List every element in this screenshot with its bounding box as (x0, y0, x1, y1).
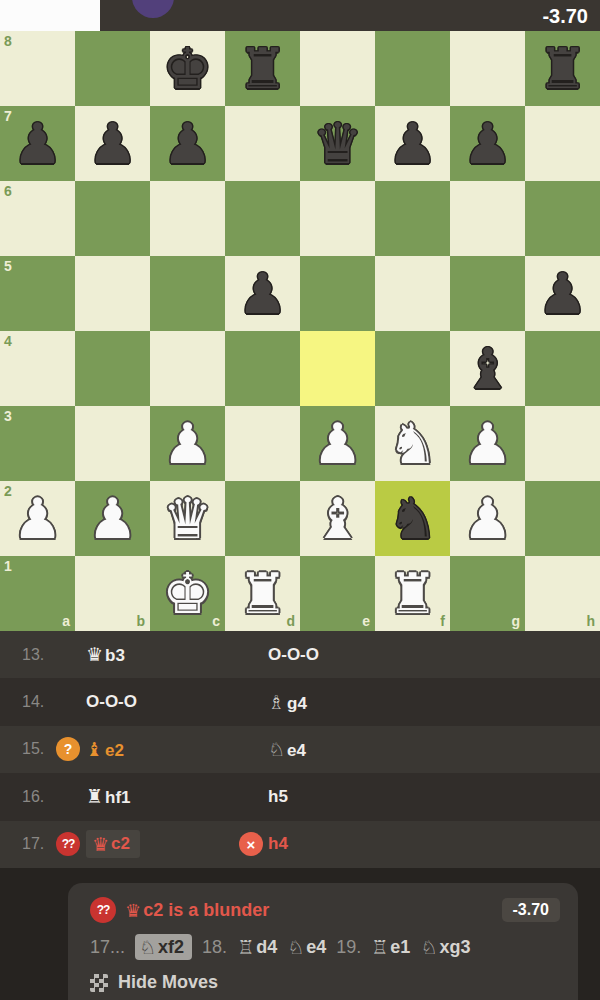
chess-board: 8♚♜♜7♟♟♟♛♟♟65♟♟4♝3♟♟♞♟2♟♟♛♝♞♟1abc♚d♜ef♜g… (0, 31, 600, 631)
black-pawn: ♟ (525, 256, 600, 331)
square-g8[interactable] (450, 31, 525, 106)
square-c3[interactable]: ♟ (150, 406, 225, 481)
black-move[interactable]: ♗g4 (268, 691, 307, 714)
square-h3[interactable] (525, 406, 600, 481)
black-rook: ♜ (225, 31, 300, 106)
square-g7[interactable]: ♟ (450, 106, 525, 181)
square-b4[interactable] (75, 331, 150, 406)
square-a8[interactable]: 8 (0, 31, 75, 106)
white-move-cell[interactable]: O-O-O (56, 692, 238, 712)
black-move-cell[interactable]: ♘e4 (238, 738, 538, 761)
square-c1[interactable]: c♚ (150, 556, 225, 631)
white-bishop: ♝ (300, 481, 375, 556)
square-c7[interactable]: ♟ (150, 106, 225, 181)
square-f3[interactable]: ♞ (375, 406, 450, 481)
move-number: 14. (22, 693, 56, 711)
blunder-badge-icon: ?? (56, 832, 80, 856)
evaluation-badge: -3.70 (502, 898, 560, 922)
square-a5[interactable]: 5 (0, 256, 75, 331)
rank-label-5: 5 (4, 258, 12, 274)
black-move[interactable]: O-O-O (268, 645, 319, 665)
black-move-text: e4 (287, 741, 306, 760)
black-king: ♚ (150, 31, 225, 106)
square-g2[interactable]: ♟ (450, 481, 525, 556)
line-token-text: 18. (202, 937, 227, 958)
blunder-title-text: c2 is a blunder (143, 900, 269, 921)
black-move-cell[interactable]: ♗g4 (238, 691, 538, 714)
avatar-fragment (132, 0, 174, 18)
rank-label-4: 4 (4, 333, 12, 349)
white-move-text: e2 (105, 741, 124, 760)
square-f7[interactable]: ♟ (375, 106, 450, 181)
square-b6[interactable] (75, 181, 150, 256)
square-e3[interactable]: ♟ (300, 406, 375, 481)
move-row-13: 13.♛b3O-O-O (0, 631, 600, 678)
move-row-14: 14.O-O-O♗g4 (0, 678, 600, 725)
black-rook: ♜ (525, 31, 600, 106)
white-pawn: ♟ (450, 481, 525, 556)
analysis-screen: -3.70 8♚♜♜7♟♟♟♛♟♟65♟♟4♝3♟♟♞♟2♟♟♛♝♞♟1abc♚… (0, 0, 600, 1000)
line-token-text: xf2 (158, 937, 184, 958)
square-b1[interactable]: b (75, 556, 150, 631)
square-a6[interactable]: 6 (0, 181, 75, 256)
square-e2[interactable]: ♝ (300, 481, 375, 556)
white-move-text: c2 (111, 834, 130, 854)
white-knight: ♞ (375, 406, 450, 481)
line-token-text: 19. (336, 937, 361, 958)
square-h4[interactable] (525, 331, 600, 406)
status-bar-cutout (0, 0, 100, 31)
white-badge-slot: ? (56, 737, 80, 761)
square-e1[interactable]: e (300, 556, 375, 631)
square-b5[interactable] (75, 256, 150, 331)
line-token-text: e4 (306, 937, 326, 958)
move-number: 17. (22, 835, 56, 853)
square-f6[interactable] (375, 181, 450, 256)
white-move[interactable]: O-O-O (86, 692, 137, 712)
square-g1[interactable]: g (450, 556, 525, 631)
blunder-panel: ?? ♛ c2 is a blunder -3.70 17...♘xf218.♖… (68, 883, 578, 1000)
rank-label-1: 1 (4, 558, 12, 574)
square-d5[interactable]: ♟ (225, 256, 300, 331)
white-pawn: ♟ (75, 481, 150, 556)
black-move-text: O-O-O (268, 645, 319, 664)
square-c2[interactable]: ♛ (150, 481, 225, 556)
file-label-e: e (362, 613, 370, 629)
black-move-cell[interactable]: O-O-O (238, 645, 538, 665)
white-rook: ♜ (375, 556, 450, 631)
move-list: 13.♛b3O-O-O14.O-O-O♗g415.?♝e2♘e416.♜hf1h… (0, 631, 600, 868)
line-token-text: d4 (256, 937, 277, 958)
square-g3[interactable]: ♟ (450, 406, 525, 481)
square-h6[interactable] (525, 181, 600, 256)
evaluation-score: -3.70 (542, 0, 588, 31)
square-e7[interactable]: ♛ (300, 106, 375, 181)
queen-figurine-icon: ♛ (125, 900, 141, 921)
black-pawn: ♟ (75, 106, 150, 181)
square-d8[interactable]: ♜ (225, 31, 300, 106)
blunder-title: ♛ c2 is a blunder (125, 900, 269, 921)
line-move[interactable]: ♘e4 (287, 936, 326, 958)
square-h5[interactable]: ♟ (525, 256, 600, 331)
white-pawn: ♟ (300, 406, 375, 481)
piece-figurine-icon: ♘ (139, 936, 156, 958)
square-e5[interactable] (300, 256, 375, 331)
square-c8[interactable]: ♚ (150, 31, 225, 106)
hide-moves-label: Hide Moves (118, 972, 218, 993)
white-rook: ♜ (225, 556, 300, 631)
file-label-a: a (62, 613, 70, 629)
white-pawn: ♟ (150, 406, 225, 481)
square-a7[interactable]: 7♟ (0, 106, 75, 181)
board-grid-icon (90, 974, 108, 992)
square-f2[interactable]: ♞ (375, 481, 450, 556)
square-g4[interactable]: ♝ (450, 331, 525, 406)
black-pawn: ♟ (375, 106, 450, 181)
piece-figurine-icon: ♖ (237, 936, 254, 958)
move-row-16: 16.♜hf1h5 (0, 773, 600, 820)
piece-figurine-icon: ♝ (86, 738, 103, 760)
black-queen: ♛ (300, 106, 375, 181)
black-move-cell[interactable]: h5 (238, 787, 538, 807)
black-move-text: h5 (268, 787, 288, 806)
square-a3[interactable]: 3 (0, 406, 75, 481)
hide-moves-button[interactable]: Hide Moves (90, 972, 578, 993)
piece-figurine-icon: ♖ (371, 936, 388, 958)
white-move[interactable]: ♛b3 (86, 643, 125, 666)
black-pawn: ♟ (150, 106, 225, 181)
square-e4[interactable] (300, 331, 375, 406)
square-g6[interactable] (450, 181, 525, 256)
white-move[interactable]: ♛c2 (86, 830, 140, 858)
black-move[interactable]: ♘e4 (268, 738, 306, 761)
square-f1[interactable]: f♜ (375, 556, 450, 631)
white-move[interactable]: ♜hf1 (86, 785, 131, 808)
file-label-g: g (511, 613, 520, 629)
square-c4[interactable] (150, 331, 225, 406)
square-a1[interactable]: 1a (0, 556, 75, 631)
black-badge-slot: × (238, 832, 264, 856)
square-d1[interactable]: d♜ (225, 556, 300, 631)
white-move-cell[interactable]: ♛b3 (56, 643, 238, 666)
move-row-15: 15.?♝e2♘e4 (0, 726, 600, 773)
square-h1[interactable]: h (525, 556, 600, 631)
square-e8[interactable] (300, 31, 375, 106)
square-d2[interactable] (225, 481, 300, 556)
line-move[interactable]: ♘xf2 (135, 934, 192, 960)
square-a4[interactable]: 4 (0, 331, 75, 406)
line-move-number: 19. (336, 937, 361, 958)
square-b2[interactable]: ♟ (75, 481, 150, 556)
line-token-text: e1 (390, 937, 410, 958)
rank-label-6: 6 (4, 183, 12, 199)
white-move-cell[interactable]: ?♝e2 (56, 737, 238, 761)
square-g5[interactable] (450, 256, 525, 331)
line-token-text: 17... (90, 937, 125, 958)
square-b7[interactable]: ♟ (75, 106, 150, 181)
white-move[interactable]: ♝e2 (86, 738, 124, 761)
piece-figurine-icon: ♘ (268, 738, 285, 760)
piece-figurine-icon: ♘ (420, 936, 437, 958)
file-label-b: b (136, 613, 145, 629)
blunder-panel-header: ?? ♛ c2 is a blunder -3.70 (90, 897, 578, 923)
square-f8[interactable] (375, 31, 450, 106)
top-bar: -3.70 (0, 0, 600, 31)
square-h2[interactable] (525, 481, 600, 556)
square-h8[interactable]: ♜ (525, 31, 600, 106)
square-f5[interactable] (375, 256, 450, 331)
square-d6[interactable] (225, 181, 300, 256)
white-king: ♚ (150, 556, 225, 631)
piece-figurine-icon: ♛ (86, 643, 103, 665)
piece-figurine-icon: ♛ (92, 833, 109, 855)
square-a2[interactable]: 2♟ (0, 481, 75, 556)
square-f4[interactable] (375, 331, 450, 406)
move-row-17: 17.??♛c2×h4 (0, 821, 600, 868)
black-move-text: g4 (287, 694, 307, 713)
black-move[interactable]: h5 (268, 787, 288, 807)
black-pawn: ♟ (225, 256, 300, 331)
black-move-cell[interactable]: ×h4 (238, 832, 538, 856)
square-d4[interactable] (225, 331, 300, 406)
blunder-badge-icon: ?? (90, 897, 116, 923)
black-bishop: ♝ (450, 331, 525, 406)
square-c6[interactable] (150, 181, 225, 256)
line-move[interactable]: ♖e1 (371, 936, 410, 958)
square-b3[interactable] (75, 406, 150, 481)
white-move-text: O-O-O (86, 692, 137, 711)
square-b8[interactable] (75, 31, 150, 106)
move-number: 15. (22, 740, 56, 758)
white-pawn: ♟ (450, 406, 525, 481)
rank-label-3: 3 (4, 408, 12, 424)
rank-label-8: 8 (4, 33, 12, 49)
mistake-badge-icon: ? (56, 737, 80, 761)
square-d3[interactable] (225, 406, 300, 481)
black-move-text: h4 (268, 834, 288, 853)
white-move-text: b3 (105, 646, 125, 665)
wrong-move-x-icon: × (239, 832, 263, 856)
square-e6[interactable] (300, 181, 375, 256)
white-badge-slot: ?? (56, 832, 80, 856)
line-move[interactable]: ♖d4 (237, 936, 277, 958)
piece-figurine-icon: ♘ (287, 936, 304, 958)
piece-figurine-icon: ♜ (86, 785, 103, 807)
square-d7[interactable] (225, 106, 300, 181)
piece-figurine-icon: ♗ (268, 691, 285, 713)
line-move-number: 17... (90, 937, 125, 958)
best-line: 17...♘xf218.♖d4♘e419.♖e1♘xg3 (90, 934, 578, 960)
black-pawn: ♟ (450, 106, 525, 181)
square-h7[interactable] (525, 106, 600, 181)
file-label-h: h (586, 613, 595, 629)
line-move[interactable]: ♘xg3 (420, 936, 470, 958)
black-move[interactable]: h4 (268, 834, 288, 854)
white-move-cell[interactable]: ♜hf1 (56, 785, 238, 808)
white-pawn: ♟ (0, 481, 75, 556)
square-c5[interactable] (150, 256, 225, 331)
black-pawn: ♟ (0, 106, 75, 181)
white-move-text: hf1 (105, 788, 131, 807)
line-move-number: 18. (202, 937, 227, 958)
black-knight: ♞ (375, 481, 450, 556)
white-queen: ♛ (150, 481, 225, 556)
move-number: 13. (22, 646, 56, 664)
white-move-cell[interactable]: ??♛c2 (56, 830, 238, 858)
line-token-text: xg3 (439, 937, 470, 958)
move-number: 16. (22, 788, 56, 806)
